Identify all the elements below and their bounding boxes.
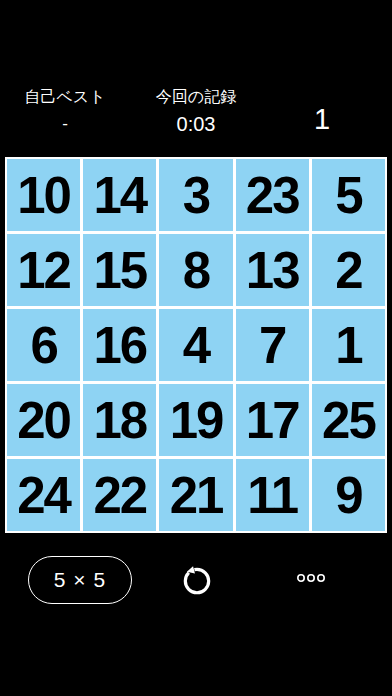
cell-r5-c3[interactable]: 21	[159, 459, 232, 531]
more-options-button[interactable]	[294, 570, 330, 586]
cell-r1-c4[interactable]: 23	[236, 159, 309, 231]
cell-r4-c2[interactable]: 18	[83, 384, 156, 456]
personal-best-label: 自己ベスト	[0, 88, 130, 106]
cell-r5-c4[interactable]: 11	[236, 459, 309, 531]
board-size-button[interactable]: 5 × 5	[28, 556, 132, 604]
cell-r4-c5[interactable]: 25	[312, 384, 385, 456]
cell-r1-c5[interactable]: 5	[312, 159, 385, 231]
cell-r3-c4[interactable]: 7	[236, 309, 309, 381]
cell-r2-c5[interactable]: 2	[312, 234, 385, 306]
cell-r3-c5[interactable]: 1	[312, 309, 385, 381]
cell-r1-c2[interactable]: 14	[83, 159, 156, 231]
cell-r5-c2[interactable]: 22	[83, 459, 156, 531]
cell-r1-c1[interactable]: 10	[7, 159, 80, 231]
current-record-stat: 今回の記録 0:03	[128, 88, 264, 135]
cell-r3-c3[interactable]: 4	[159, 309, 232, 381]
three-dots-icon	[296, 572, 328, 584]
cell-r2-c1[interactable]: 12	[7, 234, 80, 306]
cell-r3-c1[interactable]: 6	[7, 309, 80, 381]
reset-icon	[180, 563, 214, 597]
personal-best-value: -	[0, 113, 130, 135]
cell-r2-c4[interactable]: 13	[236, 234, 309, 306]
cell-r3-c2[interactable]: 16	[83, 309, 156, 381]
number-grid: 10 14 3 23 5 12 15 8 13 2 6 16 4 7 1 20 …	[5, 157, 387, 533]
personal-best-stat: 自己ベスト -	[0, 88, 130, 135]
next-number-indicator: 1	[290, 103, 354, 136]
current-record-label: 今回の記録	[128, 88, 264, 106]
cell-r4-c4[interactable]: 17	[236, 384, 309, 456]
cell-r2-c3[interactable]: 8	[159, 234, 232, 306]
cell-r4-c1[interactable]: 20	[7, 384, 80, 456]
board-size-label: 5 × 5	[54, 568, 106, 592]
current-record-timer: 0:03	[128, 113, 264, 135]
cell-r5-c1[interactable]: 24	[7, 459, 80, 531]
cell-r5-c5[interactable]: 9	[312, 459, 385, 531]
cell-r4-c3[interactable]: 19	[159, 384, 232, 456]
cell-r2-c2[interactable]: 15	[83, 234, 156, 306]
reset-button[interactable]	[179, 562, 215, 598]
cell-r1-c3[interactable]: 3	[159, 159, 232, 231]
